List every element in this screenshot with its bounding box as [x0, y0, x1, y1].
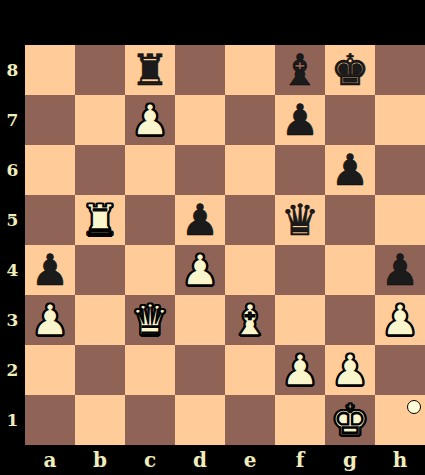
file-label-a: a — [25, 445, 75, 475]
square-b2[interactable] — [75, 345, 125, 395]
rank-label-5: 5 — [0, 195, 25, 245]
square-h7[interactable] — [375, 95, 425, 145]
square-c3[interactable]: ♛ — [125, 295, 175, 345]
square-f4[interactable] — [275, 245, 325, 295]
rank-label-1: 1 — [0, 395, 25, 445]
square-c1[interactable] — [125, 395, 175, 445]
square-h6[interactable] — [375, 145, 425, 195]
rank-label-4: 4 — [0, 245, 25, 295]
file-label-h: h — [375, 445, 425, 475]
square-e2[interactable] — [225, 345, 275, 395]
rank-label-2: 2 — [0, 345, 25, 395]
square-a5[interactable] — [25, 195, 75, 245]
square-b1[interactable] — [75, 395, 125, 445]
black-pawn[interactable]: ♟ — [181, 195, 220, 245]
square-h4[interactable]: ♟ — [375, 245, 425, 295]
rank-labels: 87654321 — [0, 45, 25, 445]
square-g7[interactable] — [325, 95, 375, 145]
square-e7[interactable] — [225, 95, 275, 145]
square-d4[interactable]: ♟ — [175, 245, 225, 295]
white-bishop[interactable]: ♝ — [231, 295, 270, 345]
square-e5[interactable] — [225, 195, 275, 245]
rank-label-8: 8 — [0, 45, 25, 95]
square-f1[interactable] — [275, 395, 325, 445]
rank-label-7: 7 — [0, 95, 25, 145]
square-b3[interactable] — [75, 295, 125, 345]
black-pawn[interactable]: ♟ — [281, 95, 320, 145]
file-label-g: g — [325, 445, 375, 475]
black-pawn[interactable]: ♟ — [381, 245, 420, 295]
square-a1[interactable] — [25, 395, 75, 445]
rank-label-3: 3 — [0, 295, 25, 345]
square-f8[interactable]: ♝ — [275, 45, 325, 95]
square-e4[interactable] — [225, 245, 275, 295]
square-h5[interactable] — [375, 195, 425, 245]
square-e6[interactable] — [225, 145, 275, 195]
file-labels: abcdefgh — [25, 445, 425, 475]
black-pawn[interactable]: ♟ — [31, 245, 70, 295]
square-f6[interactable] — [275, 145, 325, 195]
square-g1[interactable]: ♚ — [325, 395, 375, 445]
square-e1[interactable] — [225, 395, 275, 445]
square-c5[interactable] — [125, 195, 175, 245]
file-label-b: b — [75, 445, 125, 475]
black-pawn[interactable]: ♟ — [331, 145, 370, 195]
square-c2[interactable] — [125, 345, 175, 395]
square-a7[interactable] — [25, 95, 75, 145]
square-g3[interactable] — [325, 295, 375, 345]
square-g6[interactable]: ♟ — [325, 145, 375, 195]
square-a6[interactable] — [25, 145, 75, 195]
square-g2[interactable]: ♟ — [325, 345, 375, 395]
square-b7[interactable] — [75, 95, 125, 145]
square-b5[interactable]: ♜ — [75, 195, 125, 245]
square-a8[interactable] — [25, 45, 75, 95]
white-king[interactable]: ♚ — [331, 395, 370, 445]
square-d7[interactable] — [175, 95, 225, 145]
white-to-move-indicator — [407, 400, 421, 414]
black-king[interactable]: ♚ — [331, 45, 370, 95]
square-h2[interactable] — [375, 345, 425, 395]
square-d2[interactable] — [175, 345, 225, 395]
white-queen[interactable]: ♛ — [131, 295, 170, 345]
black-bishop[interactable]: ♝ — [281, 45, 320, 95]
square-f2[interactable]: ♟ — [275, 345, 325, 395]
white-pawn[interactable]: ♟ — [31, 295, 70, 345]
square-a2[interactable] — [25, 345, 75, 395]
white-pawn[interactable]: ♟ — [331, 345, 370, 395]
square-h8[interactable] — [375, 45, 425, 95]
white-rook[interactable]: ♜ — [81, 195, 120, 245]
square-a4[interactable]: ♟ — [25, 245, 75, 295]
black-rook[interactable]: ♜ — [131, 45, 170, 95]
chess-diagram: 87654321 ♜♝♚♟♟♟♜♟♛♟♟♟♟♛♝♟♟♟♚ abcdefgh — [0, 0, 425, 475]
square-c8[interactable]: ♜ — [125, 45, 175, 95]
square-c6[interactable] — [125, 145, 175, 195]
square-d5[interactable]: ♟ — [175, 195, 225, 245]
square-a3[interactable]: ♟ — [25, 295, 75, 345]
square-h3[interactable]: ♟ — [375, 295, 425, 345]
file-label-e: e — [225, 445, 275, 475]
square-d8[interactable] — [175, 45, 225, 95]
square-f3[interactable] — [275, 295, 325, 345]
rank-label-6: 6 — [0, 145, 25, 195]
chess-board: ♜♝♚♟♟♟♜♟♛♟♟♟♟♛♝♟♟♟♚ — [25, 45, 425, 445]
square-d1[interactable] — [175, 395, 225, 445]
black-queen[interactable]: ♛ — [281, 195, 320, 245]
square-g8[interactable]: ♚ — [325, 45, 375, 95]
white-pawn[interactable]: ♟ — [181, 245, 220, 295]
square-b8[interactable] — [75, 45, 125, 95]
square-e3[interactable]: ♝ — [225, 295, 275, 345]
square-f7[interactable]: ♟ — [275, 95, 325, 145]
square-g4[interactable] — [325, 245, 375, 295]
square-b6[interactable] — [75, 145, 125, 195]
file-label-c: c — [125, 445, 175, 475]
file-label-f: f — [275, 445, 325, 475]
square-d3[interactable] — [175, 295, 225, 345]
white-pawn[interactable]: ♟ — [281, 345, 320, 395]
square-d6[interactable] — [175, 145, 225, 195]
square-b4[interactable] — [75, 245, 125, 295]
file-label-d: d — [175, 445, 225, 475]
square-g5[interactable] — [325, 195, 375, 245]
square-e8[interactable] — [225, 45, 275, 95]
white-pawn[interactable]: ♟ — [131, 95, 170, 145]
square-f5[interactable]: ♛ — [275, 195, 325, 245]
square-c7[interactable]: ♟ — [125, 95, 175, 145]
white-pawn[interactable]: ♟ — [381, 295, 420, 345]
square-c4[interactable] — [125, 245, 175, 295]
